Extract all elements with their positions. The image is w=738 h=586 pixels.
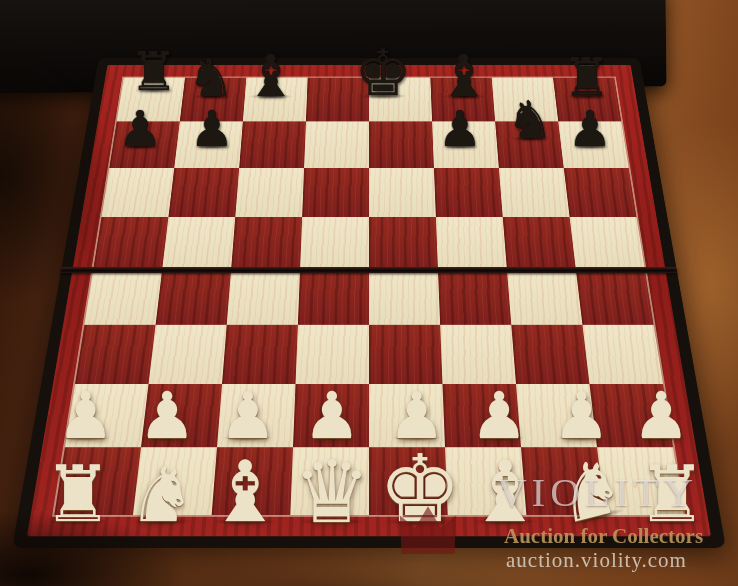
piece-white-pawn-f2[interactable]: ♟ <box>467 384 532 449</box>
piece-white-pawn-c2[interactable]: ♟ <box>216 384 281 449</box>
piece-white-rook-a1[interactable]: ♜ <box>39 456 117 534</box>
piece-black-pawn-h7[interactable]: ♟ <box>565 105 614 154</box>
piece-black-rook-h8[interactable]: ♜ <box>560 51 613 104</box>
piece-white-bishop-c1[interactable]: ♝ <box>203 450 288 535</box>
piece-black-bishop-f8[interactable]: ♝ <box>435 47 493 105</box>
piece-white-pawn-h2[interactable]: ♟ <box>629 384 694 449</box>
piece-black-pawn-a7[interactable]: ♟ <box>116 105 165 154</box>
piece-white-pawn-a2[interactable]: ♟ <box>53 384 118 449</box>
piece-black-rook-a8[interactable]: ♜ <box>127 45 180 98</box>
piece-white-rook-h1[interactable]: ♜ <box>633 456 711 534</box>
piece-black-pawn-f7[interactable]: ♟ <box>435 105 484 154</box>
piece-white-bishop-f1[interactable]: ♝ <box>463 450 548 535</box>
piece-white-queen-d1[interactable]: ♛ <box>289 449 375 535</box>
piece-white-pawn-d2[interactable]: ♟ <box>300 384 365 449</box>
piece-black-bishop-c8[interactable]: ♝ <box>242 47 300 105</box>
piece-white-pawn-b2[interactable]: ♟ <box>135 384 200 449</box>
piece-white-knight-b1[interactable]: ♞ <box>124 457 200 533</box>
piece-black-knight-g8[interactable]: ♞ <box>504 94 556 146</box>
piece-white-king-e1[interactable]: ♚ <box>373 443 466 536</box>
piece-black-knight-b8[interactable]: ♞ <box>185 52 237 104</box>
photo-scene: ♜♞♝♚♝♞♜♟♟♟♟♟♟♟♟♟♟♟♟♜♞♝♛♚♝♞♜ VIOLITY Auct… <box>0 0 738 586</box>
piece-black-king-e8[interactable]: ♚ <box>351 42 415 106</box>
piece-white-pawn-g2[interactable]: ♟ <box>549 384 614 449</box>
piece-black-pawn-b7[interactable]: ♟ <box>187 105 236 154</box>
